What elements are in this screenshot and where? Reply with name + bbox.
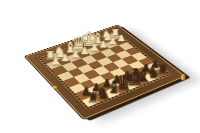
product-photo-scene: ♜♞♝♛♚♝♞♜♟♟♟♟♟♟♟♟♟♟♟♟♟♟♟♟♜♞♝♛♚♝♞♜: [0, 0, 200, 133]
brass-clasp-icon: [181, 74, 186, 81]
chess-board: ♜♞♝♛♚♝♞♜♟♟♟♟♟♟♟♟♟♟♟♟♟♟♟♟♜♞♝♛♚♝♞♜: [26, 26, 184, 119]
square-b2: ♟: [56, 57, 71, 66]
brass-hinge-icon: [52, 85, 58, 89]
